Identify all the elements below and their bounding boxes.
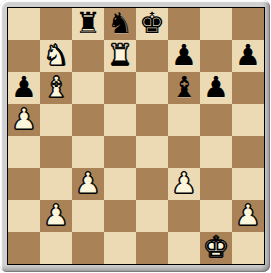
piece-white-pawn: ♟ <box>75 168 101 199</box>
square-a4[interactable] <box>8 136 40 168</box>
square-b1[interactable] <box>40 232 72 264</box>
square-a8[interactable] <box>8 8 40 40</box>
square-a6[interactable]: ♟ <box>8 72 40 104</box>
square-f1[interactable] <box>168 232 200 264</box>
piece-black-pawn: ♟ <box>171 40 197 71</box>
square-b6[interactable]: ♝ <box>40 72 72 104</box>
square-e2[interactable] <box>136 200 168 232</box>
square-e5[interactable] <box>136 104 168 136</box>
square-e3[interactable] <box>136 168 168 200</box>
square-b7[interactable]: ♞ <box>40 40 72 72</box>
square-h7[interactable]: ♟ <box>232 40 264 72</box>
piece-black-pawn: ♟ <box>203 72 229 103</box>
square-f8[interactable] <box>168 8 200 40</box>
square-h5[interactable] <box>232 104 264 136</box>
square-g2[interactable] <box>200 200 232 232</box>
piece-white-pawn: ♟ <box>171 168 197 199</box>
piece-white-rook: ♜ <box>107 40 133 71</box>
square-d5[interactable] <box>104 104 136 136</box>
piece-black-bishop: ♝ <box>171 72 197 103</box>
square-d6[interactable] <box>104 72 136 104</box>
square-f6[interactable]: ♝ <box>168 72 200 104</box>
square-d2[interactable] <box>104 200 136 232</box>
square-h6[interactable] <box>232 72 264 104</box>
square-f2[interactable] <box>168 200 200 232</box>
square-f5[interactable] <box>168 104 200 136</box>
square-b5[interactable] <box>40 104 72 136</box>
square-d8[interactable]: ♞ <box>104 8 136 40</box>
square-e1[interactable] <box>136 232 168 264</box>
square-d4[interactable] <box>104 136 136 168</box>
square-g4[interactable] <box>200 136 232 168</box>
square-c2[interactable] <box>72 200 104 232</box>
square-h2[interactable]: ♟ <box>232 200 264 232</box>
square-e6[interactable] <box>136 72 168 104</box>
square-g6[interactable]: ♟ <box>200 72 232 104</box>
square-c1[interactable] <box>72 232 104 264</box>
square-h4[interactable] <box>232 136 264 168</box>
square-c4[interactable] <box>72 136 104 168</box>
square-b2[interactable]: ♟ <box>40 200 72 232</box>
square-h1[interactable] <box>232 232 264 264</box>
square-c8[interactable]: ♜ <box>72 8 104 40</box>
chess-board: ♜♞♚♞♜♟♟♟♝♝♟♟♟♟♟♟♚ <box>7 7 265 265</box>
square-c7[interactable] <box>72 40 104 72</box>
square-b8[interactable] <box>40 8 72 40</box>
piece-black-knight: ♞ <box>107 8 133 39</box>
square-a5[interactable]: ♟ <box>8 104 40 136</box>
piece-black-rook: ♜ <box>75 8 101 39</box>
square-a3[interactable] <box>8 168 40 200</box>
square-e4[interactable] <box>136 136 168 168</box>
square-g7[interactable] <box>200 40 232 72</box>
square-c3[interactable]: ♟ <box>72 168 104 200</box>
piece-black-pawn: ♟ <box>11 72 37 103</box>
square-g3[interactable] <box>200 168 232 200</box>
square-g5[interactable] <box>200 104 232 136</box>
square-b4[interactable] <box>40 136 72 168</box>
square-a7[interactable] <box>8 40 40 72</box>
piece-white-pawn: ♟ <box>235 200 261 231</box>
square-f3[interactable]: ♟ <box>168 168 200 200</box>
square-d1[interactable] <box>104 232 136 264</box>
square-a1[interactable] <box>8 232 40 264</box>
piece-white-pawn: ♟ <box>11 104 37 135</box>
board-frame: ♜♞♚♞♜♟♟♟♝♝♟♟♟♟♟♟♚ <box>0 0 270 272</box>
square-e8[interactable]: ♚ <box>136 8 168 40</box>
piece-black-king: ♚ <box>139 8 165 39</box>
piece-white-knight: ♞ <box>43 40 69 71</box>
piece-black-pawn: ♟ <box>235 40 261 71</box>
square-f4[interactable] <box>168 136 200 168</box>
square-c5[interactable] <box>72 104 104 136</box>
square-d3[interactable] <box>104 168 136 200</box>
square-g1[interactable]: ♚ <box>200 232 232 264</box>
piece-white-king: ♚ <box>203 232 229 263</box>
square-a2[interactable] <box>8 200 40 232</box>
square-h3[interactable] <box>232 168 264 200</box>
square-b3[interactable] <box>40 168 72 200</box>
square-g8[interactable] <box>200 8 232 40</box>
piece-white-pawn: ♟ <box>43 200 69 231</box>
square-c6[interactable] <box>72 72 104 104</box>
square-d7[interactable]: ♜ <box>104 40 136 72</box>
square-h8[interactable] <box>232 8 264 40</box>
piece-white-bishop: ♝ <box>43 72 69 103</box>
square-f7[interactable]: ♟ <box>168 40 200 72</box>
square-e7[interactable] <box>136 40 168 72</box>
